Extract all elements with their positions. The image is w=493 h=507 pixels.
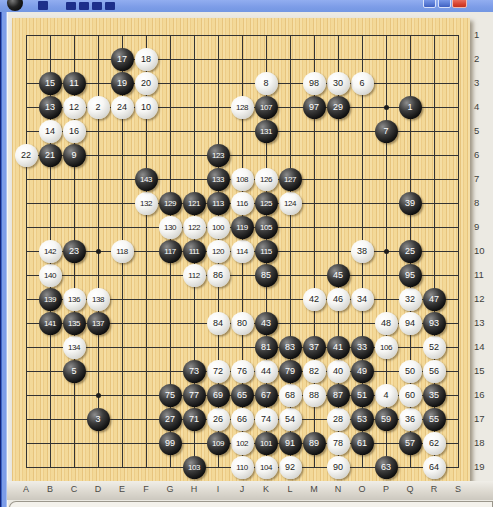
stone-black-21[interactable]: 21 [39, 144, 62, 167]
stone-white-4[interactable]: 4 [375, 384, 398, 407]
row-label-6: 6 [474, 149, 492, 161]
stone-black-131[interactable]: 131 [255, 120, 278, 143]
row-label-8: 8 [474, 197, 492, 209]
row-label-13: 13 [474, 317, 492, 329]
stone-white-116[interactable]: 116 [231, 192, 254, 215]
col-label-A: A [14, 484, 38, 494]
stone-black-63[interactable]: 63 [375, 456, 398, 479]
col-label-F: F [134, 484, 158, 494]
stone-black-77[interactable]: 77 [183, 384, 206, 407]
stone-black-79[interactable]: 79 [279, 360, 302, 383]
stone-white-48[interactable]: 48 [375, 312, 398, 335]
stone-black-39[interactable]: 39 [399, 192, 422, 215]
stone-white-52[interactable]: 52 [423, 336, 446, 359]
stone-black-15[interactable]: 15 [39, 72, 62, 95]
col-label-B: B [38, 484, 62, 494]
stone-white-92[interactable]: 92 [279, 456, 302, 479]
stone-white-142[interactable]: 142 [39, 240, 62, 263]
stone-black-49[interactable]: 49 [351, 360, 374, 383]
stone-black-5[interactable]: 5 [63, 360, 86, 383]
star-point [96, 393, 101, 398]
stone-white-22[interactable]: 22 [15, 144, 38, 167]
col-label-M: M [302, 484, 326, 494]
col-label-I: I [206, 484, 230, 494]
stone-white-138[interactable]: 138 [87, 288, 110, 311]
stone-black-85[interactable]: 85 [255, 264, 278, 287]
stone-white-38[interactable]: 38 [351, 240, 374, 263]
stone-white-34[interactable]: 34 [351, 288, 374, 311]
stone-white-42[interactable]: 42 [303, 288, 326, 311]
stone-black-43[interactable]: 43 [255, 312, 278, 335]
stone-white-140[interactable]: 140 [39, 264, 62, 287]
stone-white-14[interactable]: 14 [39, 120, 62, 143]
stone-black-57[interactable]: 57 [399, 432, 422, 455]
stone-black-69[interactable]: 69 [207, 384, 230, 407]
stone-white-82[interactable]: 82 [303, 360, 326, 383]
col-label-R: R [422, 484, 446, 494]
stone-white-84[interactable]: 84 [207, 312, 230, 335]
row-label-5: 5 [474, 125, 492, 137]
stone-white-8[interactable]: 8 [255, 72, 278, 95]
col-label-J: J [230, 484, 254, 494]
star-point [384, 249, 389, 254]
stone-black-119[interactable]: 119 [231, 216, 254, 239]
stone-white-126[interactable]: 126 [255, 168, 278, 191]
stone-black-37[interactable]: 37 [303, 336, 326, 359]
stone-white-76[interactable]: 76 [231, 360, 254, 383]
stone-black-47[interactable]: 47 [423, 288, 446, 311]
stone-white-60[interactable]: 60 [399, 384, 422, 407]
stone-white-134[interactable]: 134 [63, 336, 86, 359]
stone-white-30[interactable]: 30 [327, 72, 350, 95]
go-board[interactable]: 1234567891011121314151617181920212223242… [12, 18, 470, 482]
stone-black-95[interactable]: 95 [399, 264, 422, 287]
stone-black-45[interactable]: 45 [327, 264, 350, 287]
stone-black-11[interactable]: 11 [63, 72, 86, 95]
stone-black-1[interactable]: 1 [399, 96, 422, 119]
stone-white-64[interactable]: 64 [423, 456, 446, 479]
stone-black-101[interactable]: 101 [255, 432, 278, 455]
stone-black-25[interactable]: 25 [399, 240, 422, 263]
stone-white-18[interactable]: 18 [135, 48, 158, 71]
stone-black-53[interactable]: 53 [351, 408, 374, 431]
stone-black-61[interactable]: 61 [351, 432, 374, 455]
stone-black-67[interactable]: 67 [255, 384, 278, 407]
stone-white-50[interactable]: 50 [399, 360, 422, 383]
row-label-19: 19 [474, 461, 492, 473]
stone-white-2[interactable]: 2 [87, 96, 110, 119]
stone-white-112[interactable]: 112 [183, 264, 206, 287]
stone-black-75[interactable]: 75 [159, 384, 182, 407]
stone-black-33[interactable]: 33 [351, 336, 374, 359]
stone-black-121[interactable]: 121 [183, 192, 206, 215]
stone-white-102[interactable]: 102 [231, 432, 254, 455]
stone-black-143[interactable]: 143 [135, 168, 158, 191]
stone-black-81[interactable]: 81 [255, 336, 278, 359]
col-label-H: H [182, 484, 206, 494]
stone-black-59[interactable]: 59 [375, 408, 398, 431]
stone-white-12[interactable]: 12 [63, 96, 86, 119]
window-left-border [0, 12, 7, 507]
stone-white-40[interactable]: 40 [327, 360, 350, 383]
stone-black-105[interactable]: 105 [255, 216, 278, 239]
app-go-stone-icon [7, 0, 23, 11]
stone-white-122[interactable]: 122 [183, 216, 206, 239]
stone-white-114[interactable]: 114 [231, 240, 254, 263]
col-label-E: E [110, 484, 134, 494]
stone-white-128[interactable]: 128 [231, 96, 254, 119]
stone-black-97[interactable]: 97 [303, 96, 326, 119]
stone-white-16[interactable]: 16 [63, 120, 86, 143]
stone-black-103[interactable]: 103 [183, 456, 206, 479]
stone-black-107[interactable]: 107 [255, 96, 278, 119]
stone-black-55[interactable]: 55 [423, 408, 446, 431]
stone-white-90[interactable]: 90 [327, 456, 350, 479]
row-label-17: 17 [474, 413, 492, 425]
row-label-16: 16 [474, 389, 492, 401]
stone-white-136[interactable]: 136 [63, 288, 86, 311]
stone-black-113[interactable]: 113 [207, 192, 230, 215]
stone-black-83[interactable]: 83 [279, 336, 302, 359]
lower-panel-edge [9, 501, 493, 507]
stone-white-54[interactable]: 54 [279, 408, 302, 431]
grid-line-v [458, 35, 459, 468]
row-label-3: 3 [474, 77, 492, 89]
minimize-button[interactable] [423, 0, 436, 8]
col-label-S: S [446, 484, 470, 494]
stone-white-88[interactable]: 88 [303, 384, 326, 407]
col-label-D: D [86, 484, 110, 494]
stone-white-124[interactable]: 124 [279, 192, 302, 215]
row-label-10: 10 [474, 245, 492, 257]
stone-black-137[interactable]: 137 [87, 312, 110, 335]
col-label-P: P [374, 484, 398, 494]
stone-black-3[interactable]: 3 [87, 408, 110, 431]
stone-white-98[interactable]: 98 [303, 72, 326, 95]
row-label-9: 9 [474, 221, 492, 233]
stone-white-108[interactable]: 108 [231, 168, 254, 191]
stone-black-123[interactable]: 123 [207, 144, 230, 167]
stone-white-20[interactable]: 20 [135, 72, 158, 95]
col-label-Q: Q [398, 484, 422, 494]
stone-white-44[interactable]: 44 [255, 360, 278, 383]
row-label-1: 1 [474, 29, 492, 41]
col-label-C: C [62, 484, 86, 494]
stone-black-135[interactable]: 135 [63, 312, 86, 335]
stone-white-110[interactable]: 110 [231, 456, 254, 479]
stone-black-71[interactable]: 71 [183, 408, 206, 431]
row-label-2: 2 [474, 53, 492, 65]
stone-black-7[interactable]: 7 [375, 120, 398, 143]
stone-white-10[interactable]: 10 [135, 96, 158, 119]
row-label-12: 12 [474, 293, 492, 305]
stone-white-32[interactable]: 32 [399, 288, 422, 311]
stone-white-72[interactable]: 72 [207, 360, 230, 383]
stone-white-120[interactable]: 120 [207, 240, 230, 263]
row-label-7: 7 [474, 173, 492, 185]
stone-black-125[interactable]: 125 [255, 192, 278, 215]
stone-white-68[interactable]: 68 [279, 384, 302, 407]
stone-black-29[interactable]: 29 [327, 96, 350, 119]
stone-white-26[interactable]: 26 [207, 408, 230, 431]
stone-black-17[interactable]: 17 [111, 48, 134, 71]
row-label-4: 4 [474, 101, 492, 113]
stone-black-117[interactable]: 117 [159, 240, 182, 263]
window-title-text [66, 2, 115, 10]
stone-black-129[interactable]: 129 [159, 192, 182, 215]
stone-white-62[interactable]: 62 [423, 432, 446, 455]
stone-black-73[interactable]: 73 [183, 360, 206, 383]
stone-black-93[interactable]: 93 [423, 312, 446, 335]
stone-white-6[interactable]: 6 [351, 72, 374, 95]
stone-black-51[interactable]: 51 [351, 384, 374, 407]
stone-black-65[interactable]: 65 [231, 384, 254, 407]
col-label-K: K [254, 484, 278, 494]
stone-white-56[interactable]: 56 [423, 360, 446, 383]
window-titlebar[interactable] [0, 0, 493, 12]
maximize-button[interactable] [438, 0, 451, 8]
stone-black-109[interactable]: 109 [207, 432, 230, 455]
stone-black-35[interactable]: 35 [423, 384, 446, 407]
col-label-L: L [278, 484, 302, 494]
stone-black-23[interactable]: 23 [63, 240, 86, 263]
star-point [96, 249, 101, 254]
stone-black-133[interactable]: 133 [207, 168, 230, 191]
col-label-N: N [326, 484, 350, 494]
close-button[interactable] [452, 0, 467, 8]
stone-white-74[interactable]: 74 [255, 408, 278, 431]
stone-white-78[interactable]: 78 [327, 432, 350, 455]
stone-black-111[interactable]: 111 [183, 240, 206, 263]
stone-black-89[interactable]: 89 [303, 432, 326, 455]
col-label-G: G [158, 484, 182, 494]
stone-white-86[interactable]: 86 [207, 264, 230, 287]
row-label-15: 15 [474, 365, 492, 377]
grid-line-h [26, 275, 459, 276]
stone-white-106[interactable]: 106 [375, 336, 398, 359]
stone-black-27[interactable]: 27 [159, 408, 182, 431]
stone-white-46[interactable]: 46 [327, 288, 350, 311]
stone-black-139[interactable]: 139 [39, 288, 62, 311]
stone-white-24[interactable]: 24 [111, 96, 134, 119]
stone-black-13[interactable]: 13 [39, 96, 62, 119]
stone-black-127[interactable]: 127 [279, 168, 302, 191]
stone-white-28[interactable]: 28 [327, 408, 350, 431]
row-label-18: 18 [474, 437, 492, 449]
row-label-14: 14 [474, 341, 492, 353]
stone-black-99[interactable]: 99 [159, 432, 182, 455]
stone-white-66[interactable]: 66 [231, 408, 254, 431]
stone-white-118[interactable]: 118 [111, 240, 134, 263]
stone-white-104[interactable]: 104 [255, 456, 278, 479]
star-point [384, 105, 389, 110]
stone-black-9[interactable]: 9 [63, 144, 86, 167]
stone-white-132[interactable]: 132 [135, 192, 158, 215]
window-menu-icon [38, 1, 48, 10]
stone-white-94[interactable]: 94 [399, 312, 422, 335]
stone-white-100[interactable]: 100 [207, 216, 230, 239]
stone-black-141[interactable]: 141 [39, 312, 62, 335]
row-label-11: 11 [474, 269, 492, 281]
stone-black-115[interactable]: 115 [255, 240, 278, 263]
stone-white-130[interactable]: 130 [159, 216, 182, 239]
col-label-O: O [350, 484, 374, 494]
stone-black-19[interactable]: 19 [111, 72, 134, 95]
stone-black-87[interactable]: 87 [327, 384, 350, 407]
stone-black-91[interactable]: 91 [279, 432, 302, 455]
stone-black-41[interactable]: 41 [327, 336, 350, 359]
stone-white-80[interactable]: 80 [231, 312, 254, 335]
stone-white-36[interactable]: 36 [399, 408, 422, 431]
